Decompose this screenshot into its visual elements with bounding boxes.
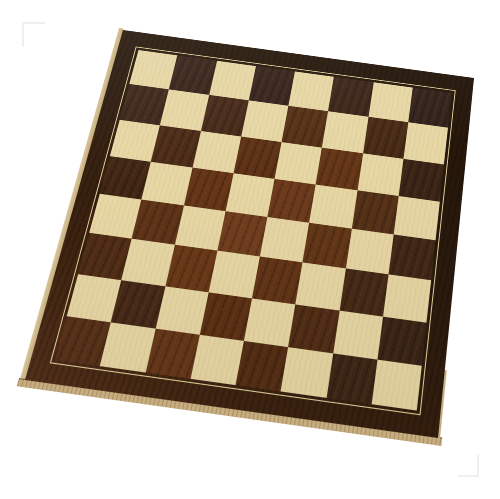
board-square — [403, 122, 448, 164]
board-square — [241, 100, 288, 141]
board-square — [267, 179, 316, 223]
board-square — [345, 229, 393, 275]
board-square — [351, 190, 398, 234]
board-square — [322, 111, 368, 152]
board-square — [252, 257, 303, 304]
board-square — [408, 88, 452, 128]
board-square — [363, 117, 408, 159]
board-square — [288, 71, 334, 111]
board-square — [393, 196, 439, 241]
board-square — [236, 341, 289, 392]
board-square — [368, 82, 412, 122]
board-square — [296, 263, 346, 310]
board-squares — [55, 50, 452, 411]
board-square — [260, 217, 310, 263]
board-square — [249, 66, 295, 106]
board-frame — [25, 30, 474, 438]
board-square — [388, 234, 435, 280]
watermark-corner-top-left — [22, 22, 45, 47]
product-photo — [0, 0, 500, 499]
board-square — [282, 106, 329, 147]
board-square — [326, 353, 377, 404]
board-square — [303, 223, 352, 269]
watermark-corner-bottom-right — [458, 455, 479, 477]
board-square — [288, 304, 339, 353]
board-square — [371, 359, 421, 410]
board-square — [333, 310, 383, 359]
board-square — [217, 211, 267, 257]
board-square — [357, 153, 403, 196]
board-square — [275, 142, 323, 185]
board-square — [377, 316, 426, 365]
chess-board — [25, 30, 474, 438]
board-square — [244, 298, 296, 347]
board-square — [339, 269, 388, 317]
board-square — [316, 147, 363, 190]
board-square — [225, 173, 274, 217]
board-square — [281, 347, 333, 398]
board-square — [328, 77, 373, 117]
board-square — [383, 275, 431, 323]
board-square — [398, 158, 443, 201]
board-square — [233, 136, 281, 179]
board-square — [309, 184, 357, 228]
board-square — [209, 251, 260, 298]
